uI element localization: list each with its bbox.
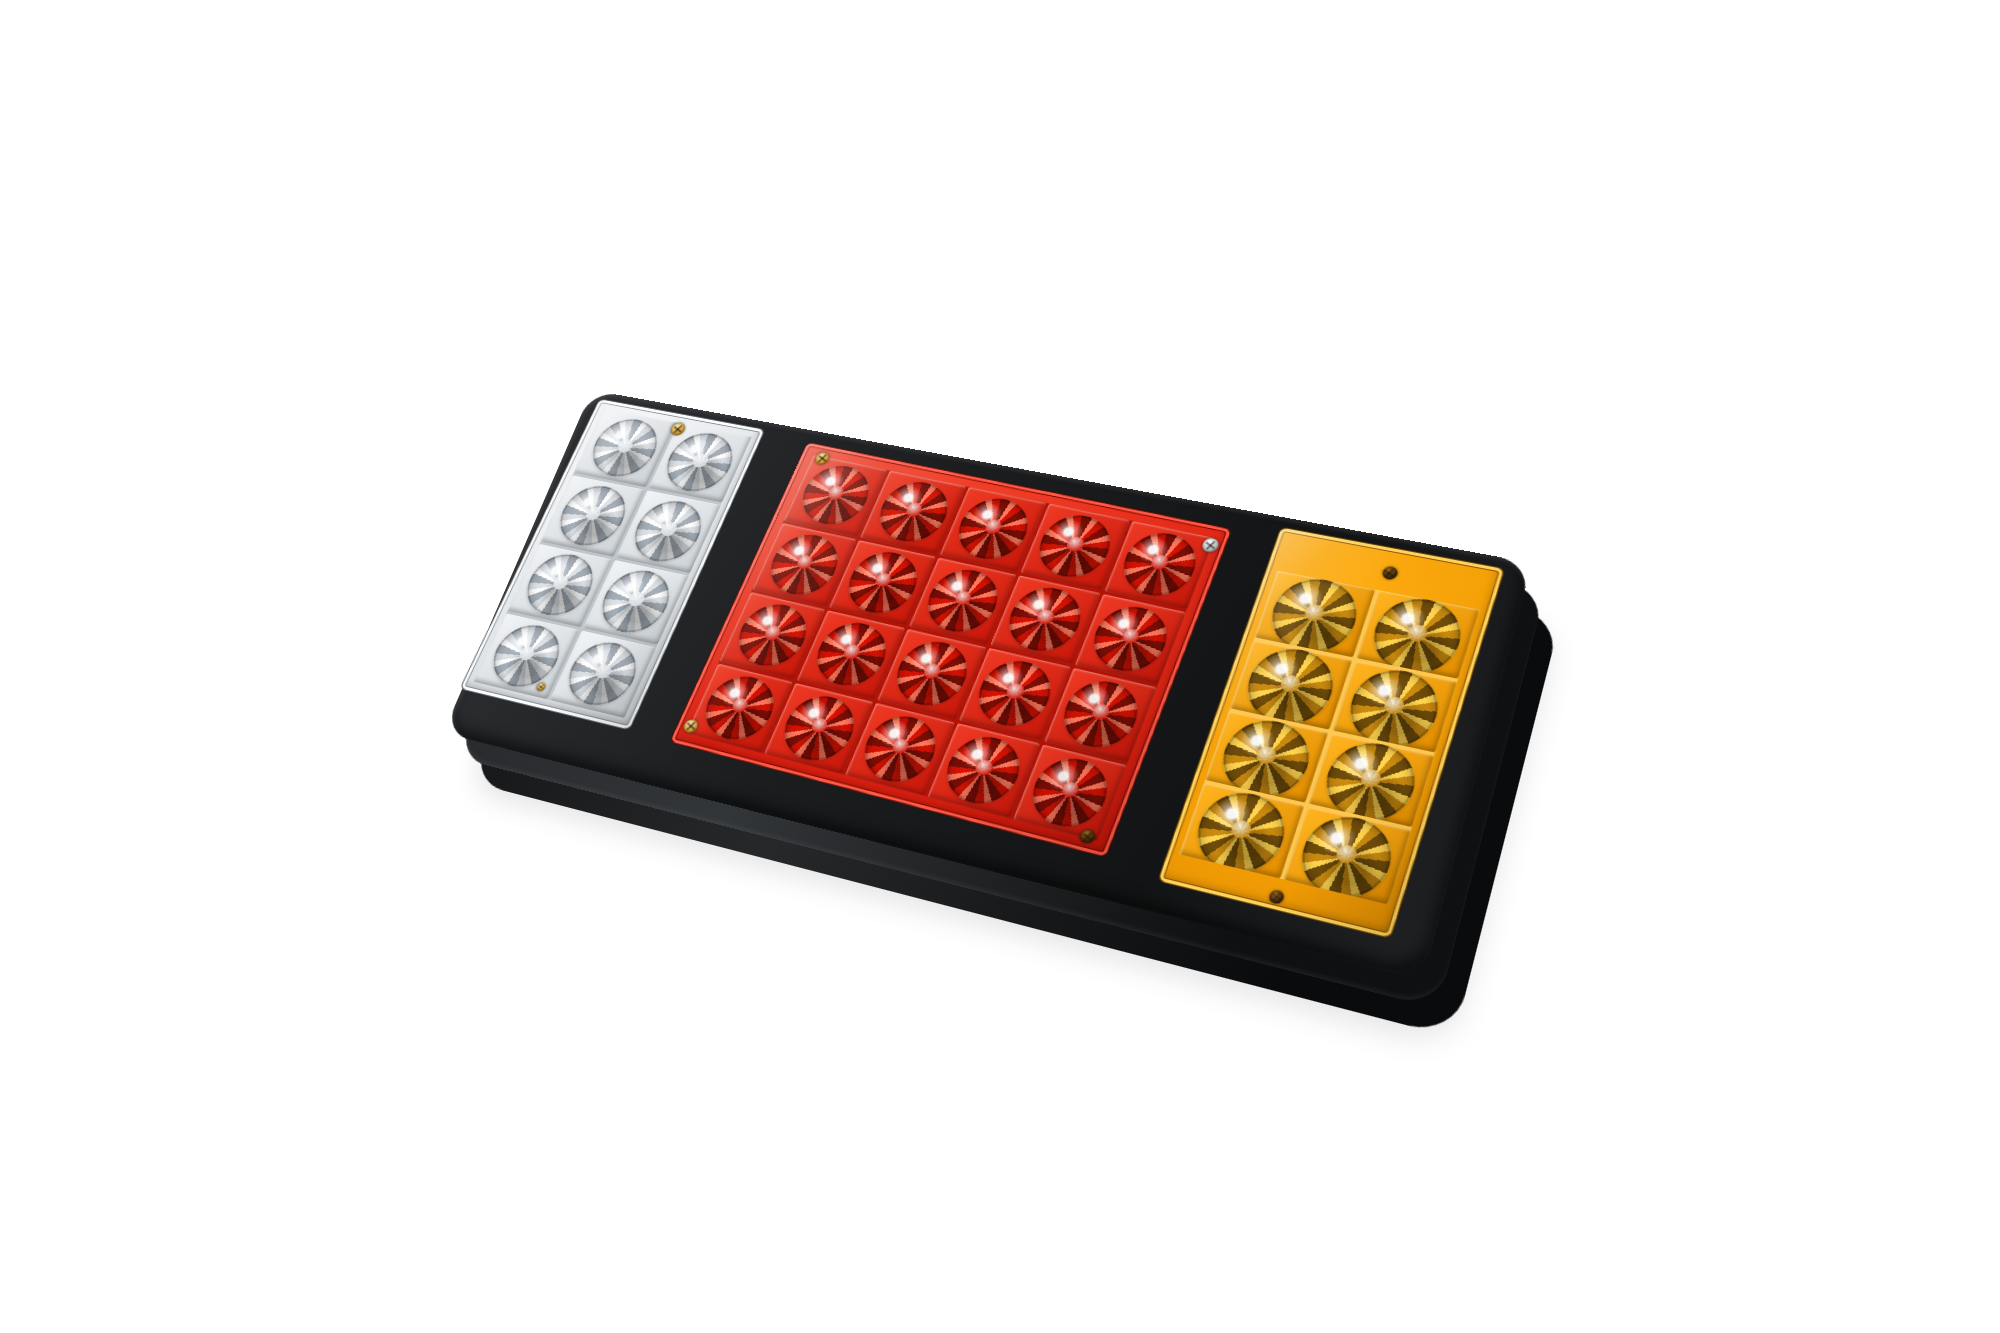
stop_tail-led <box>774 689 864 767</box>
stop_tail-led <box>806 617 895 693</box>
photo-stage <box>0 0 2000 1333</box>
stop_tail-led <box>695 670 784 746</box>
stop_tail-led <box>793 461 879 531</box>
stop_tail-led <box>838 546 926 619</box>
stop_tail-led <box>886 635 977 712</box>
stop_tail-led <box>1054 675 1148 755</box>
stop_tail-led <box>969 655 1061 734</box>
stop_tail-led <box>1000 581 1091 657</box>
indicator-led <box>1291 809 1401 905</box>
stop_tail-led <box>1022 751 1117 834</box>
stop_tail-led <box>761 529 848 601</box>
stop_tail-led <box>918 563 1008 638</box>
reverse-led <box>657 428 744 497</box>
stop_tail-led <box>854 709 946 789</box>
reverse-led <box>558 636 648 712</box>
reverse-led <box>591 565 680 638</box>
stop_tail-led <box>729 598 817 672</box>
stop_tail-led <box>1114 527 1205 602</box>
indicator-led <box>1187 785 1295 878</box>
reverse-led <box>624 496 712 567</box>
stop_tail-led <box>937 730 1030 811</box>
stop_tail-led <box>1030 510 1120 584</box>
stop_tail-lens-panel <box>669 441 1233 858</box>
stop_tail-led <box>870 477 957 548</box>
stop_tail-led-grid <box>670 442 1231 856</box>
stop_tail-led <box>1084 600 1177 678</box>
stop_tail-led <box>949 493 1038 565</box>
